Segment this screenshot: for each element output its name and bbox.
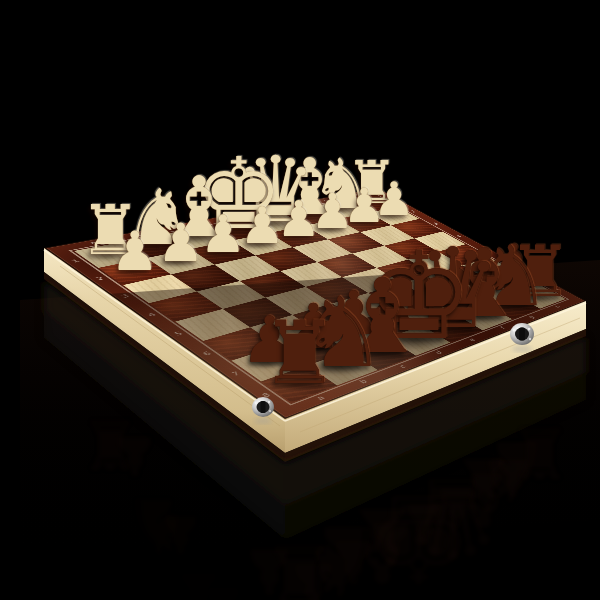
rank-label-right: 4 — [456, 235, 463, 238]
file-label-top: d — [218, 218, 227, 221]
rank-label-right: 2 — [410, 210, 417, 213]
chess-board: aa11bb22cc33dd44ee55ff66gg77hh88 — [44, 188, 586, 419]
file-label-top: b — [135, 233, 144, 237]
rank-label-left: 5 — [174, 331, 185, 336]
file-label-top: g — [322, 199, 330, 202]
file-label-bottom: h — [554, 305, 562, 309]
file-label-bottom: d — [434, 350, 443, 355]
rank-label-right: 5 — [479, 248, 486, 251]
file-label-bottom: g — [528, 315, 536, 319]
chess-set-photo: aa11bb22cc33dd44ee55ff66gg77hh88 ♜♜♞♞♝♝♚… — [0, 0, 600, 600]
rank-label-left: 7 — [231, 371, 242, 377]
rank-label-left: 6 — [202, 351, 213, 356]
rank-label-left: 8 — [261, 392, 272, 398]
file-label-bottom: a — [315, 395, 326, 401]
rank-label-right: 7 — [528, 274, 536, 278]
file-label-bottom: f — [500, 326, 507, 330]
file-label-bottom: b — [359, 379, 369, 385]
file-label-bottom: c — [398, 364, 407, 369]
rank-label-left: 3 — [120, 294, 131, 299]
board-squares-grid — [74, 195, 565, 403]
file-label-top: c — [179, 225, 187, 228]
rank-label-left: 2 — [95, 276, 105, 280]
rank-label-right: 8 — [554, 288, 562, 292]
rank-label-left: 4 — [147, 312, 158, 317]
rank-label-right: 6 — [503, 261, 511, 264]
file-label-bottom: e — [468, 338, 477, 343]
rank-label-right: 3 — [432, 222, 439, 225]
file-label-top: e — [255, 211, 263, 214]
rank-label-right: 1 — [388, 198, 395, 201]
file-label-top: h — [353, 194, 360, 197]
file-label-top: f — [291, 205, 297, 208]
file-label-top: a — [89, 241, 99, 245]
rank-label-left: 1 — [71, 259, 81, 263]
